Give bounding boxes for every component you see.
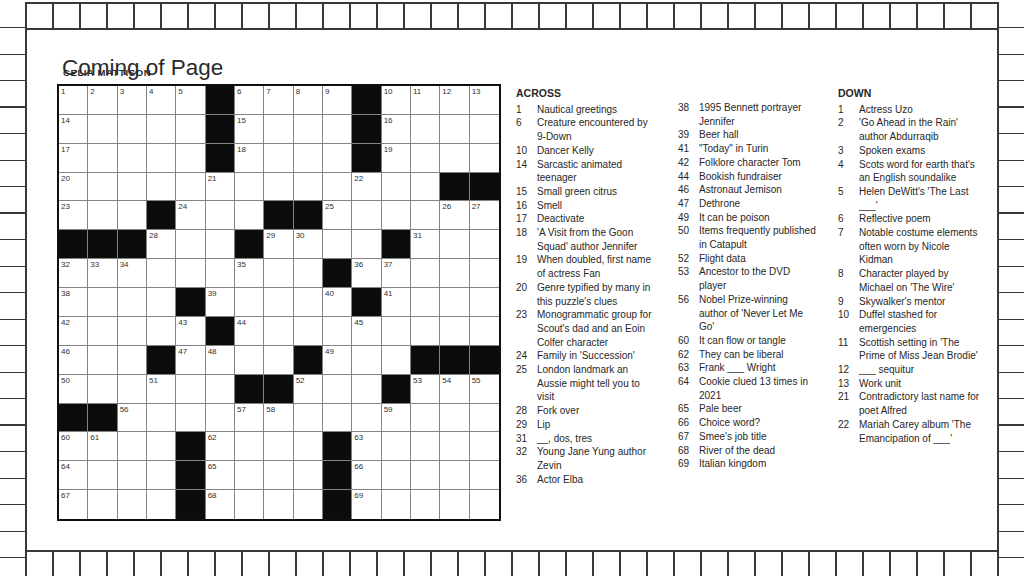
grid-cell-r12c13[interactable]: [411, 404, 440, 433]
grid-cell-r5c6[interactable]: [206, 201, 235, 230]
grid-cell-r1c13[interactable]: 11: [411, 86, 440, 115]
clue-down-7: 7Notable costume elements often worn by …: [838, 226, 980, 267]
clue-number: 29: [516, 418, 537, 432]
grid-cell-r1c15[interactable]: 13: [470, 86, 499, 115]
grid-cell-r11c14[interactable]: 54: [440, 375, 469, 404]
clue-number: 65: [678, 402, 699, 416]
grid-cell-r4c8[interactable]: [264, 173, 293, 202]
grid-cell-r4c11[interactable]: 22: [352, 173, 381, 202]
grid-cell-r15c11[interactable]: 69: [352, 490, 381, 519]
grid-cell-r11c13[interactable]: 53: [411, 375, 440, 404]
grid-cell-r5c1[interactable]: 23: [59, 201, 88, 230]
down-clues-column: DOWN 1Actress Uzo2'Go Ahead in the Rain'…: [838, 87, 980, 445]
grid-cell-r3c9[interactable]: [294, 144, 323, 173]
grid-cell-r3c10[interactable]: [323, 144, 352, 173]
grid-cell-r8c1[interactable]: 38: [59, 288, 88, 317]
clue-text: Fork over: [537, 404, 655, 418]
grid-cell-r2c5[interactable]: [176, 115, 205, 144]
grid-cell-r1c10[interactable]: 9: [323, 86, 352, 115]
grid-cell-r6c10[interactable]: [323, 230, 352, 259]
clue-text: Nobel Prize-winning author of 'Never Let…: [699, 293, 819, 334]
grid-cell-r8c5: [176, 288, 205, 317]
grid-cell-r4c12[interactable]: [382, 173, 411, 202]
grid-cell-r10c5[interactable]: 47: [176, 346, 205, 375]
grid-cell-r13c13[interactable]: [411, 432, 440, 461]
clue-text: Skywalker's mentor: [859, 295, 980, 309]
clue-down-12: 12___ sequitur: [838, 363, 980, 377]
grid-cell-r4c15: [470, 173, 499, 202]
clue-text: Astronaut Jemison: [699, 183, 819, 197]
grid-cell-r9c14[interactable]: [440, 317, 469, 346]
clue-number: 14: [516, 158, 537, 185]
clue-down-10: 10Duffel stashed for emergencies: [838, 308, 980, 335]
clue-text: Nautical greetings: [537, 103, 655, 117]
clue-across-47: 47Dethrone: [678, 197, 819, 211]
cell-number: 20: [61, 174, 70, 183]
clue-number: 63: [678, 361, 699, 375]
cell-number: 22: [354, 174, 363, 183]
grid-cell-r8c11: [352, 288, 381, 317]
grid-cell-r9c15[interactable]: [470, 317, 499, 346]
clue-across-46: 46Astronaut Jemison: [678, 183, 819, 197]
grid-cell-r4c2[interactable]: [88, 173, 117, 202]
grid-cell-r12c14[interactable]: [440, 404, 469, 433]
grid-cell-r9c8[interactable]: [264, 317, 293, 346]
grid-cell-r14c15[interactable]: [470, 461, 499, 490]
clue-number: 31: [516, 432, 537, 446]
cell-number: 61: [90, 433, 99, 442]
grid-cell-r1c2[interactable]: 2: [88, 86, 117, 115]
grid-cell-r14c13[interactable]: [411, 461, 440, 490]
grid-cell-r2c7[interactable]: 15: [235, 115, 264, 144]
grid-cell-r2c12[interactable]: 16: [382, 115, 411, 144]
grid-cell-r13c14[interactable]: [440, 432, 469, 461]
grid-cell-r1c14[interactable]: 12: [440, 86, 469, 115]
grid-cell-r14c6[interactable]: 65: [206, 461, 235, 490]
grid-cell-r10c11[interactable]: [352, 346, 381, 375]
grid-cell-r1c4[interactable]: 4: [147, 86, 176, 115]
clue-text: Reflective poem: [859, 212, 980, 226]
clue-number: 1: [838, 103, 859, 117]
clue-number: 15: [516, 185, 537, 199]
grid-cell-r13c1[interactable]: 60: [59, 432, 88, 461]
grid-cell-r7c1[interactable]: 32: [59, 259, 88, 288]
grid-cell-r14c14[interactable]: [440, 461, 469, 490]
grid-cell-r2c15[interactable]: [470, 115, 499, 144]
grid-cell-r6c8[interactable]: 29: [264, 230, 293, 259]
grid-cell-r4c10[interactable]: [323, 173, 352, 202]
grid-cell-r12c7[interactable]: 57: [235, 404, 264, 433]
grid-cell-r10c14: [440, 346, 469, 375]
grid-cell-r10c4: [147, 346, 176, 375]
across-clues-column-1: ACROSS 1Nautical greetings6Creature enco…: [516, 87, 655, 486]
clue-across-63: 63Frank ___ Wright: [678, 361, 819, 375]
grid-cell-r1c8[interactable]: 7: [264, 86, 293, 115]
grid-cell-r15c13[interactable]: [411, 490, 440, 519]
grid-cell-r1c9[interactable]: 8: [294, 86, 323, 115]
grid-cell-r11c2[interactable]: [88, 375, 117, 404]
grid-cell-r15c9[interactable]: [294, 490, 323, 519]
clue-down-5: 5Helen DeWitt's 'The Last ___': [838, 185, 980, 212]
clue-number: 6: [516, 116, 537, 143]
clue-across-31: 31__, dos, tres: [516, 432, 655, 446]
cell-number: 5: [178, 87, 182, 96]
grid-cell-r7c12[interactable]: 37: [382, 259, 411, 288]
grid-cell-r15c14[interactable]: [440, 490, 469, 519]
cell-number: 31: [413, 231, 422, 240]
clue-number: 6: [838, 212, 859, 226]
grid-cell-r7c9[interactable]: [294, 259, 323, 288]
grid-cell-r14c7[interactable]: [235, 461, 264, 490]
cell-number: 27: [472, 202, 481, 211]
grid-cell-r5c15[interactable]: 27: [470, 201, 499, 230]
grid-cell-r10c8[interactable]: [264, 346, 293, 375]
clue-down-8: 8Character played by Michael on 'The Wir…: [838, 267, 980, 294]
grid-cell-r3c7[interactable]: 18: [235, 144, 264, 173]
grid-cell-r8c7[interactable]: [235, 288, 264, 317]
grid-cell-r7c11[interactable]: 36: [352, 259, 381, 288]
clue-across-10: 10Dancer Kelly: [516, 144, 655, 158]
cell-number: 40: [325, 289, 334, 298]
grid-cell-r7c8[interactable]: [264, 259, 293, 288]
grid-cell-r12c6[interactable]: [206, 404, 235, 433]
grid-cell-r4c1[interactable]: 20: [59, 173, 88, 202]
clue-number: 60: [678, 334, 699, 348]
cell-number: 48: [208, 347, 217, 356]
grid-cell-r7c2[interactable]: 33: [88, 259, 117, 288]
grid-cell-r9c3[interactable]: [118, 317, 147, 346]
grid-cell-r11c4[interactable]: 51: [147, 375, 176, 404]
cell-number: 39: [208, 289, 217, 298]
cell-number: 47: [178, 347, 187, 356]
grid-cell-r11c7: [235, 375, 264, 404]
grid-cell-r14c11[interactable]: 66: [352, 461, 381, 490]
grid-cell-r1c1[interactable]: 1: [59, 86, 88, 115]
grid-cell-r9c1[interactable]: 42: [59, 317, 88, 346]
grid-cell-r3c1[interactable]: 17: [59, 144, 88, 173]
grid-cell-r14c8[interactable]: [264, 461, 293, 490]
grid-cell-r5c2[interactable]: [88, 201, 117, 230]
grid-cell-r9c5[interactable]: 43: [176, 317, 205, 346]
grid-cell-r4c7[interactable]: [235, 173, 264, 202]
grid-cell-r11c9[interactable]: 52: [294, 375, 323, 404]
clue-across-68: 68River of the dead: [678, 444, 819, 458]
grid-cell-r9c10[interactable]: [323, 317, 352, 346]
clue-number: 22: [838, 418, 859, 445]
clue-text: ___ sequitur: [859, 363, 980, 377]
grid-cell-r10c1[interactable]: 46: [59, 346, 88, 375]
grid-cell-r1c7[interactable]: 6: [235, 86, 264, 115]
grid-cell-r7c14[interactable]: [440, 259, 469, 288]
grid-cell-r5c5[interactable]: 24: [176, 201, 205, 230]
grid-cell-r9c7[interactable]: 44: [235, 317, 264, 346]
cell-number: 19: [384, 145, 393, 154]
decorative-border-right: [997, 2, 1024, 576]
clue-text: Work unit: [859, 377, 980, 391]
grid-cell-r2c14[interactable]: [440, 115, 469, 144]
grid-cell-r2c10[interactable]: [323, 115, 352, 144]
grid-cell-r6c5[interactable]: [176, 230, 205, 259]
grid-cell-r3c8[interactable]: [264, 144, 293, 173]
grid-cell-r6c7: [235, 230, 264, 259]
grid-cell-r4c4[interactable]: [147, 173, 176, 202]
grid-cell-r13c5: [176, 432, 205, 461]
grid-cell-r14c4[interactable]: [147, 461, 176, 490]
cell-number: 41: [384, 289, 393, 298]
grid-cell-r5c13[interactable]: [411, 201, 440, 230]
grid-cell-r3c13[interactable]: [411, 144, 440, 173]
grid-cell-r14c3[interactable]: [118, 461, 147, 490]
grid-cell-r12c8[interactable]: 58: [264, 404, 293, 433]
clue-number: 9: [838, 295, 859, 309]
grid-cell-r13c15[interactable]: [470, 432, 499, 461]
grid-cell-r7c10: [323, 259, 352, 288]
grid-cell-r14c9[interactable]: [294, 461, 323, 490]
grid-cell-r2c1[interactable]: 14: [59, 115, 88, 144]
cell-number: 11: [413, 87, 421, 96]
grid-cell-r10c6[interactable]: 48: [206, 346, 235, 375]
grid-cell-r15c8[interactable]: [264, 490, 293, 519]
grid-cell-r11c11[interactable]: [352, 375, 381, 404]
grid-cell-r3c5[interactable]: [176, 144, 205, 173]
grid-cell-r6c9[interactable]: 30: [294, 230, 323, 259]
grid-cell-r9c2[interactable]: [88, 317, 117, 346]
grid-cell-r9c12[interactable]: [382, 317, 411, 346]
grid-cell-r12c10[interactable]: [323, 404, 352, 433]
grid-cell-r3c14[interactable]: [440, 144, 469, 173]
grid-cell-r3c4[interactable]: [147, 144, 176, 173]
grid-cell-r6c2: [88, 230, 117, 259]
clue-across-20: 20Genre typified by many in this puzzle'…: [516, 281, 655, 308]
grid-cell-r5c12[interactable]: [382, 201, 411, 230]
grid-cell-r15c7[interactable]: [235, 490, 264, 519]
grid-cell-r10c2[interactable]: [88, 346, 117, 375]
cell-number: 7: [266, 87, 270, 96]
clue-number: 42: [678, 156, 699, 170]
cell-number: 32: [61, 260, 70, 269]
grid-cell-r1c12[interactable]: 10: [382, 86, 411, 115]
grid-cell-r4c14: [440, 173, 469, 202]
across-clues-column-2: 381995 Bennett portrayer Jennifer39Beer …: [678, 101, 819, 471]
grid-cell-r6c6[interactable]: [206, 230, 235, 259]
grid-cell-r15c6[interactable]: 68: [206, 490, 235, 519]
grid-cell-r5c9: [294, 201, 323, 230]
grid-cell-r5c8: [264, 201, 293, 230]
grid-cell-r6c15[interactable]: [470, 230, 499, 259]
grid-cell-r5c11[interactable]: [352, 201, 381, 230]
cell-number: 63: [354, 433, 363, 442]
grid-cell-r13c6[interactable]: 62: [206, 432, 235, 461]
grid-cell-r9c4[interactable]: [147, 317, 176, 346]
grid-cell-r12c4[interactable]: [147, 404, 176, 433]
grid-cell-r8c12[interactable]: 41: [382, 288, 411, 317]
cell-number: 55: [472, 376, 481, 385]
grid-cell-r3c3[interactable]: [118, 144, 147, 173]
grid-cell-r11c15[interactable]: 55: [470, 375, 499, 404]
grid-cell-r9c11[interactable]: 45: [352, 317, 381, 346]
grid-cell-r2c2[interactable]: [88, 115, 117, 144]
grid-cell-r13c8[interactable]: [264, 432, 293, 461]
grid-cell-r9c13[interactable]: [411, 317, 440, 346]
grid-cell-r6c11[interactable]: [352, 230, 381, 259]
grid-cell-r7c3[interactable]: 34: [118, 259, 147, 288]
grid-cell-r8c4[interactable]: [147, 288, 176, 317]
grid-cell-r12c11[interactable]: [352, 404, 381, 433]
grid-cell-r13c3[interactable]: [118, 432, 147, 461]
cell-number: 57: [237, 405, 246, 414]
grid-cell-r10c10[interactable]: 49: [323, 346, 352, 375]
clue-across-60: 60It can flow or tangle: [678, 334, 819, 348]
clue-text: Ancestor to the DVD player: [699, 265, 819, 292]
grid-cell-r2c4[interactable]: [147, 115, 176, 144]
grid-cell-r15c3[interactable]: [118, 490, 147, 519]
clue-across-66: 66Choice word?: [678, 416, 819, 430]
grid-cell-r4c6[interactable]: 21: [206, 173, 235, 202]
cell-number: 68: [208, 491, 217, 500]
grid-cell-r14c1[interactable]: 64: [59, 461, 88, 490]
clue-text: London landmark an Aussie might tell you…: [537, 363, 655, 404]
grid-cell-r2c9[interactable]: [294, 115, 323, 144]
grid-cell-r5c7[interactable]: [235, 201, 264, 230]
grid-cell-r10c12[interactable]: [382, 346, 411, 375]
grid-cell-r15c2[interactable]: [88, 490, 117, 519]
grid-cell-r2c13[interactable]: [411, 115, 440, 144]
clue-text: Duffel stashed for emergencies: [859, 308, 980, 335]
grid-cell-r7c7[interactable]: 35: [235, 259, 264, 288]
grid-cell-r7c6[interactable]: [206, 259, 235, 288]
clue-text: Young Jane Yung author Zevin: [537, 445, 655, 472]
grid-cell-r7c4[interactable]: [147, 259, 176, 288]
grid-cell-r15c1[interactable]: 67: [59, 490, 88, 519]
grid-cell-r7c13[interactable]: [411, 259, 440, 288]
clue-text: Mariah Carey album 'The Emancipation of …: [859, 418, 980, 445]
clue-number: 62: [678, 348, 699, 362]
grid-cell-r15c4[interactable]: [147, 490, 176, 519]
crossword-grid: 1234567891011121314151617181920212223242…: [57, 84, 501, 521]
clue-text: Lip: [537, 418, 655, 432]
grid-cell-r12c5[interactable]: [176, 404, 205, 433]
grid-cell-r1c5[interactable]: 5: [176, 86, 205, 115]
clue-number: 25: [516, 363, 537, 404]
clue-number: 10: [516, 144, 537, 158]
grid-cell-r13c7[interactable]: [235, 432, 264, 461]
grid-cell-r10c3[interactable]: [118, 346, 147, 375]
grid-cell-r14c2[interactable]: [88, 461, 117, 490]
clue-text: Creature encountered by 9-Down: [537, 116, 655, 143]
grid-cell-r8c3[interactable]: [118, 288, 147, 317]
grid-cell-r3c12[interactable]: 19: [382, 144, 411, 173]
grid-cell-r4c5[interactable]: [176, 173, 205, 202]
clue-number: 56: [678, 293, 699, 334]
clue-text: Dethrone: [699, 197, 819, 211]
grid-cell-r5c14[interactable]: 26: [440, 201, 469, 230]
grid-cell-r2c8[interactable]: [264, 115, 293, 144]
grid-cell-r9c9[interactable]: [294, 317, 323, 346]
clue-text: Family in 'Succession': [537, 349, 655, 363]
grid-cell-r8c10[interactable]: 40: [323, 288, 352, 317]
grid-cell-r3c15[interactable]: [470, 144, 499, 173]
grid-cell-r14c12[interactable]: [382, 461, 411, 490]
grid-cell-r10c7[interactable]: [235, 346, 264, 375]
clue-number: 12: [838, 363, 859, 377]
grid-cell-r13c2[interactable]: 61: [88, 432, 117, 461]
grid-cell-r3c2[interactable]: [88, 144, 117, 173]
clue-text: Small green citrus: [537, 185, 655, 199]
clue-across-65: 65Pale beer: [678, 402, 819, 416]
clue-number: 17: [516, 212, 537, 226]
grid-cell-r11c5[interactable]: [176, 375, 205, 404]
grid-cell-r4c13[interactable]: [411, 173, 440, 202]
grid-cell-r8c13[interactable]: [411, 288, 440, 317]
grid-cell-r12c15[interactable]: [470, 404, 499, 433]
grid-cell-r4c9[interactable]: [294, 173, 323, 202]
grid-cell-r11c10[interactable]: [323, 375, 352, 404]
clue-text: Actress Uzo: [859, 103, 980, 117]
grid-cell-r8c15[interactable]: [470, 288, 499, 317]
cell-number: 30: [296, 231, 305, 240]
grid-cell-r13c12[interactable]: [382, 432, 411, 461]
grid-cell-r8c8[interactable]: [264, 288, 293, 317]
clue-number: 53: [678, 265, 699, 292]
grid-cell-r13c11[interactable]: 63: [352, 432, 381, 461]
grid-cell-r11c6[interactable]: [206, 375, 235, 404]
grid-cell-r12c3[interactable]: 56: [118, 404, 147, 433]
cell-number: 12: [442, 87, 451, 96]
clue-across-38: 381995 Bennett portrayer Jennifer: [678, 101, 819, 128]
grid-cell-r7c5[interactable]: [176, 259, 205, 288]
grid-cell-r11c3[interactable]: [118, 375, 147, 404]
grid-cell-r12c9[interactable]: [294, 404, 323, 433]
grid-cell-r8c6[interactable]: 39: [206, 288, 235, 317]
cell-number: 1: [61, 87, 65, 96]
clue-down-22: 22Mariah Carey album 'The Emancipation o…: [838, 418, 980, 445]
grid-cell-r5c3[interactable]: [118, 201, 147, 230]
cell-number: 43: [178, 318, 187, 327]
cell-number: 58: [266, 405, 275, 414]
grid-cell-r12c12[interactable]: 59: [382, 404, 411, 433]
grid-cell-r13c4[interactable]: [147, 432, 176, 461]
grid-cell-r11c1[interactable]: 50: [59, 375, 88, 404]
grid-cell-r15c15[interactable]: [470, 490, 499, 519]
grid-cell-r8c2[interactable]: [88, 288, 117, 317]
grid-cell-r5c10[interactable]: 25: [323, 201, 352, 230]
grid-cell-r8c9[interactable]: [294, 288, 323, 317]
cell-number: 38: [61, 289, 70, 298]
clue-text: Notable costume elements often worn by N…: [859, 226, 980, 267]
cell-number: 52: [296, 376, 305, 385]
grid-cell-r13c9[interactable]: [294, 432, 323, 461]
cell-number: 36: [354, 260, 363, 269]
grid-cell-r1c3[interactable]: 3: [118, 86, 147, 115]
clue-number: 47: [678, 197, 699, 211]
grid-cell-r7c15[interactable]: [470, 259, 499, 288]
grid-cell-r6c13[interactable]: 31: [411, 230, 440, 259]
grid-cell-r15c12[interactable]: [382, 490, 411, 519]
across-clue-list-1: 1Nautical greetings6Creature encountered…: [516, 103, 655, 487]
grid-cell-r10c15: [470, 346, 499, 375]
clue-across-50: 50Items frequently published in Catapult: [678, 224, 819, 251]
grid-cell-r4c3[interactable]: [118, 173, 147, 202]
clue-across-16: 16Smell: [516, 199, 655, 213]
grid-cell-r6c14[interactable]: [440, 230, 469, 259]
grid-cell-r8c14[interactable]: [440, 288, 469, 317]
cell-number: 50: [61, 376, 70, 385]
grid-cell-r6c4[interactable]: 28: [147, 230, 176, 259]
grid-cell-r9c6: [206, 317, 235, 346]
grid-cell-r1c11: [352, 86, 381, 115]
grid-cell-r2c3[interactable]: [118, 115, 147, 144]
clue-text: Bookish fundraiser: [699, 170, 819, 184]
